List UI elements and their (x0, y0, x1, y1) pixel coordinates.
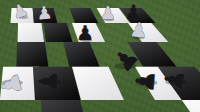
board-tile-light[interactable] (182, 100, 200, 112)
board-tile-dark[interactable] (41, 100, 93, 112)
black-pawn-fallen[interactable]: ♟ (129, 69, 161, 94)
black-pawn-standing[interactable]: ♟ (76, 21, 94, 45)
white-pawn-standing[interactable]: ♟ (100, 2, 116, 23)
board-tile-light[interactable] (72, 67, 124, 100)
white-pawn-standing[interactable]: ♟ (35, 1, 53, 23)
tiles-layer (0, 8, 200, 112)
board-tile-light[interactable] (18, 23, 44, 42)
chessboard: ♟♟♟♟♟♟♟♟♟♟♟ (0, 0, 200, 112)
board-tile-dark[interactable] (16, 42, 48, 67)
black-pawn-fallen[interactable]: ♟ (33, 70, 63, 93)
white-pawn-standing[interactable]: ♟ (128, 17, 148, 43)
board-tile-dark[interactable] (43, 23, 72, 42)
chess-3d-scene: ♟♟♟♟♟♟♟♟♟♟♟ (0, 0, 200, 112)
board-tile-dark[interactable] (63, 42, 100, 67)
